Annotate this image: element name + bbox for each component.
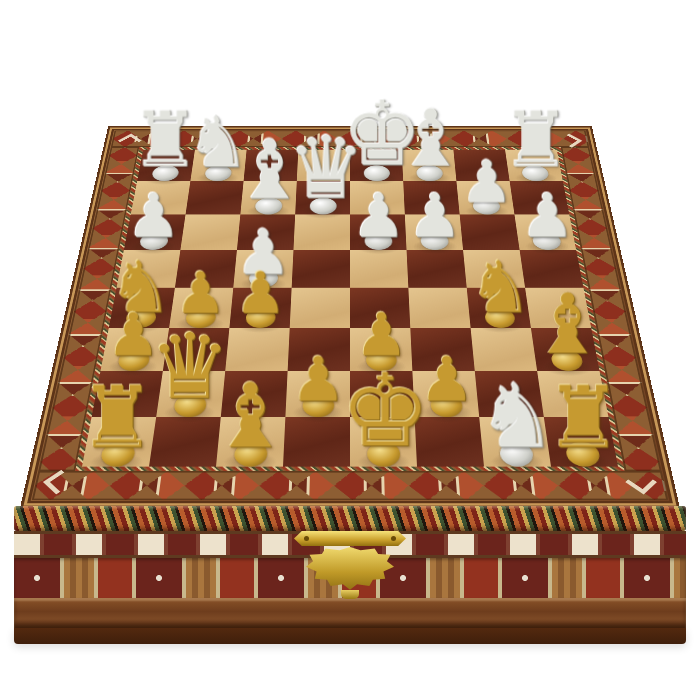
rope-inlay-band bbox=[14, 506, 686, 531]
piece-gold-bishop-c1[interactable]: ♝ bbox=[207, 391, 296, 454]
piece-silver-pawn-f6[interactable]: ♟ bbox=[396, 196, 471, 241]
piece-gold-knight-g4[interactable]: ♞ bbox=[456, 267, 539, 318]
piece-gold-king-e1[interactable]: ♚ bbox=[340, 391, 427, 454]
piece-gold-bishop-h3[interactable]: ♝ bbox=[519, 305, 607, 360]
piece-silver-pawn-h6[interactable]: ♟ bbox=[504, 196, 583, 241]
chess-board: ♜♞♚♝♜♝♛♟♟♟♟♟♟♞♟♟♞♟♟♝♛♟♟♞♜♝♚♜ bbox=[20, 126, 680, 508]
pawn-glyph-icon: ♟ bbox=[510, 187, 583, 244]
screw-icon bbox=[304, 536, 309, 541]
mosaic-border-bottom bbox=[32, 471, 668, 500]
brass-latch[interactable] bbox=[288, 531, 412, 609]
piece-gold-pawn-c4[interactable]: ♟ bbox=[221, 267, 301, 318]
screw-icon bbox=[391, 536, 396, 541]
latch-lower-plate bbox=[306, 547, 394, 593]
box-base bbox=[14, 628, 686, 644]
king-glyph-icon: ♚ bbox=[340, 363, 427, 458]
latch-hook bbox=[341, 590, 359, 599]
rook-glyph-icon: ♜ bbox=[73, 378, 160, 459]
knight-glyph-icon: ♞ bbox=[473, 374, 560, 458]
square-e5[interactable] bbox=[350, 250, 408, 288]
pawn-glyph-icon: ♟ bbox=[116, 187, 189, 244]
product-photo-scene: ♜♞♚♝♜♝♛♟♟♟♟♟♟♞♟♟♞♟♟♝♛♟♟♞♜♝♚♜ bbox=[0, 0, 700, 700]
bishop-glyph-icon: ♝ bbox=[233, 132, 304, 209]
piece-gold-rook-a1[interactable]: ♜ bbox=[74, 391, 169, 454]
latch-top-plate bbox=[294, 531, 406, 546]
storage-box-front bbox=[14, 506, 686, 644]
board-perspective: ♜♞♚♝♜♝♛♟♟♟♟♟♟♞♟♟♞♟♟♝♛♟♟♞♜♝♚♜ bbox=[20, 0, 680, 508]
pawn-glyph-icon: ♟ bbox=[398, 187, 471, 244]
piece-silver-bishop-c7[interactable]: ♝ bbox=[233, 164, 306, 207]
piece-silver-pawn-a6[interactable]: ♟ bbox=[117, 196, 196, 241]
bishop-glyph-icon: ♝ bbox=[527, 285, 608, 364]
bishop-glyph-icon: ♝ bbox=[207, 374, 294, 458]
pawn-glyph-icon: ♟ bbox=[221, 267, 299, 321]
piece-silver-knight-g1[interactable]: ♞ bbox=[467, 391, 559, 454]
